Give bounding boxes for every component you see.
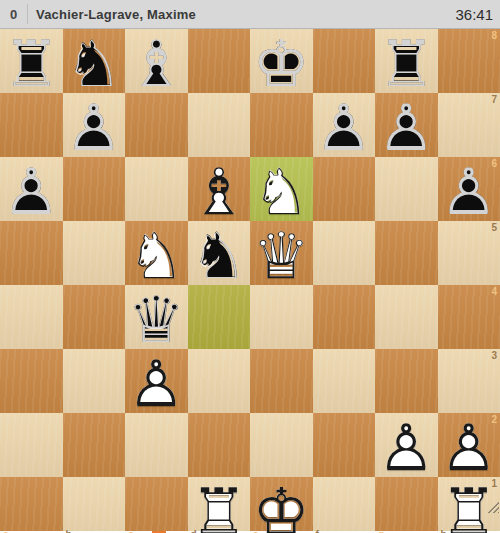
rank-label-1: 1 — [491, 478, 497, 489]
square-e6[interactable]: ♞♘ — [250, 157, 313, 221]
square-e8[interactable]: ♚♔ — [250, 29, 313, 93]
file-label-b: b — [66, 529, 72, 533]
square-e1[interactable]: ♚♔e — [250, 477, 313, 533]
square-c2[interactable] — [125, 413, 188, 477]
square-g4[interactable] — [375, 285, 438, 349]
square-g8[interactable]: ♜♖ — [375, 29, 438, 93]
white-knight: ♞♘ — [125, 221, 188, 285]
square-a3[interactable] — [0, 349, 63, 413]
square-a4[interactable] — [0, 285, 63, 349]
square-a1[interactable]: a — [0, 477, 63, 533]
square-a5[interactable] — [0, 221, 63, 285]
square-e7[interactable] — [250, 93, 313, 157]
player-name-top: Vachier-Lagrave, Maxime — [28, 7, 196, 22]
square-a2[interactable] — [0, 413, 63, 477]
black-queen: ♛♕ — [125, 285, 188, 349]
square-d1[interactable]: ♜♖d — [188, 477, 251, 533]
white-pawn: ♟♙ — [125, 349, 188, 413]
black-pawn: ♟♙ — [63, 93, 126, 157]
file-label-f: f — [316, 529, 319, 533]
black-pawn: ♟♙ — [0, 157, 63, 221]
black-knight: ♞♘ — [63, 29, 126, 93]
square-f5[interactable] — [313, 221, 376, 285]
square-e5[interactable]: ♛♕ — [250, 221, 313, 285]
square-f4[interactable] — [313, 285, 376, 349]
rank-label-8: 8 — [491, 30, 497, 41]
rank-label-7: 7 — [491, 94, 497, 105]
square-c6[interactable] — [125, 157, 188, 221]
square-b8[interactable]: ♞♘ — [63, 29, 126, 93]
white-knight: ♞♘ — [250, 157, 313, 221]
board-area: ♜♖♞♘♝♗♚♔♜♖8♟♙♟♙♟♙7♟♙♝♗♞♘♟♙6♞♘♞♘♛♕5♛♕4♟♙3… — [0, 29, 500, 515]
square-g2[interactable]: ♟♙ — [375, 413, 438, 477]
player-bar-top: 0 Vachier-Lagrave, Maxime 36:41 — [0, 0, 500, 29]
square-f2[interactable] — [313, 413, 376, 477]
square-h2[interactable]: ♟♙2 — [438, 413, 500, 477]
square-h7[interactable]: 7 — [438, 93, 500, 157]
square-b2[interactable] — [63, 413, 126, 477]
black-knight: ♞♘ — [188, 221, 251, 285]
chess-game-window: 0 Vachier-Lagrave, Maxime 36:41 ♜♖♞♘♝♗♚♔… — [0, 0, 500, 533]
white-rook: ♜♖ — [188, 477, 251, 533]
square-e4[interactable] — [250, 285, 313, 349]
square-e3[interactable] — [250, 349, 313, 413]
square-h6[interactable]: ♟♙6 — [438, 157, 500, 221]
square-c5[interactable]: ♞♘ — [125, 221, 188, 285]
square-c8[interactable]: ♝♗ — [125, 29, 188, 93]
square-f3[interactable] — [313, 349, 376, 413]
square-g3[interactable] — [375, 349, 438, 413]
square-e2[interactable] — [250, 413, 313, 477]
file-label-g: g — [378, 529, 384, 533]
square-c3[interactable]: ♟♙ — [125, 349, 188, 413]
rank-label-2: 2 — [491, 414, 497, 425]
square-d7[interactable] — [188, 93, 251, 157]
square-d6[interactable]: ♝♗ — [188, 157, 251, 221]
file-label-e: e — [253, 529, 259, 533]
rank-label-6: 6 — [491, 158, 497, 169]
square-d5[interactable]: ♞♘ — [188, 221, 251, 285]
square-h1[interactable]: ♜♖h1 — [438, 477, 500, 533]
square-a8[interactable]: ♜♖ — [0, 29, 63, 93]
square-h4[interactable]: 4 — [438, 285, 500, 349]
file-label-d: d — [191, 529, 197, 533]
square-b4[interactable] — [63, 285, 126, 349]
white-bishop: ♝♗ — [188, 157, 251, 221]
rank-label-4: 4 — [491, 286, 497, 297]
square-h3[interactable]: 3 — [438, 349, 500, 413]
square-b7[interactable]: ♟♙ — [63, 93, 126, 157]
rank-label-5: 5 — [491, 222, 497, 233]
chess-board: ♜♖♞♘♝♗♚♔♜♖8♟♙♟♙♟♙7♟♙♝♗♞♘♟♙6♞♘♞♘♛♕5♛♕4♟♙3… — [0, 29, 500, 515]
square-c4[interactable]: ♛♕ — [125, 285, 188, 349]
square-b1[interactable]: b — [63, 477, 126, 533]
square-f7[interactable]: ♟♙ — [313, 93, 376, 157]
file-label-a: a — [3, 529, 9, 533]
square-b3[interactable] — [63, 349, 126, 413]
square-h5[interactable]: 5 — [438, 221, 500, 285]
square-f1[interactable]: f — [313, 477, 376, 533]
white-king: ♚♔ — [250, 477, 313, 533]
square-a6[interactable]: ♟♙ — [0, 157, 63, 221]
square-g6[interactable] — [375, 157, 438, 221]
square-d8[interactable] — [188, 29, 251, 93]
black-rook: ♜♖ — [375, 29, 438, 93]
player-number-top: 0 — [0, 7, 27, 22]
black-rook: ♜♖ — [0, 29, 63, 93]
rank-label-3: 3 — [491, 350, 497, 361]
square-g7[interactable]: ♟♙ — [375, 93, 438, 157]
square-h8[interactable]: 8 — [438, 29, 500, 93]
square-c7[interactable] — [125, 93, 188, 157]
square-a7[interactable] — [0, 93, 63, 157]
file-label-h: h — [441, 529, 447, 533]
square-b6[interactable] — [63, 157, 126, 221]
black-bishop: ♝♗ — [125, 29, 188, 93]
square-g1[interactable]: g — [375, 477, 438, 533]
black-pawn: ♟♙ — [313, 93, 376, 157]
square-f6[interactable] — [313, 157, 376, 221]
black-pawn: ♟♙ — [375, 93, 438, 157]
file-label-c: c — [128, 529, 134, 533]
white-pawn: ♟♙ — [375, 413, 438, 477]
clock-top: 36:41 — [455, 6, 500, 23]
square-d4[interactable] — [188, 285, 251, 349]
square-b5[interactable] — [63, 221, 126, 285]
black-king: ♚♔ — [250, 29, 313, 93]
square-d2[interactable] — [188, 413, 251, 477]
square-g5[interactable] — [375, 221, 438, 285]
square-c1[interactable]: c — [125, 477, 188, 533]
white-queen: ♛♕ — [250, 221, 313, 285]
square-f8[interactable] — [313, 29, 376, 93]
square-d3[interactable] — [188, 349, 251, 413]
